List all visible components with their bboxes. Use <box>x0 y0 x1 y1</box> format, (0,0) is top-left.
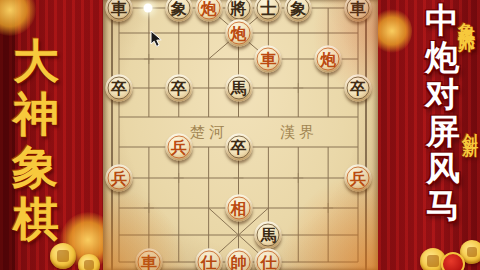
piece-red-兵[interactable]: 兵 <box>345 165 372 192</box>
thumbnail-stage: 大 神 象 棋 楚河 漢界 車象炮將士象車炮車炮卒卒馬卒兵卒兵兵相馬車仕帥仕 中… <box>0 0 480 270</box>
piece-red-仕[interactable]: 仕 <box>255 249 282 270</box>
gold-coin-icon <box>78 254 100 270</box>
piece-glyph: 車 <box>260 52 276 68</box>
piece-red-炮[interactable]: 炮 <box>315 46 342 73</box>
move-highlight-dot <box>144 4 153 13</box>
gold-ornament-icon <box>372 8 412 54</box>
piece-red-相[interactable]: 相 <box>225 195 252 222</box>
piece-glyph: 炮 <box>231 26 247 42</box>
piece-glyph: 兵 <box>171 140 187 156</box>
river-label-left: 楚河 <box>190 123 228 142</box>
banner-char: 棋 <box>13 189 59 251</box>
piece-glyph: 馬 <box>231 81 247 97</box>
piece-black-卒[interactable]: 卒 <box>165 75 192 102</box>
piece-black-卒[interactable]: 卒 <box>225 134 252 161</box>
piece-glyph: 仕 <box>260 255 276 270</box>
piece-red-車[interactable]: 車 <box>255 46 282 73</box>
piece-red-炮[interactable]: 炮 <box>225 20 252 47</box>
piece-black-卒[interactable]: 卒 <box>106 75 133 102</box>
piece-glyph: 卒 <box>231 140 247 156</box>
piece-glyph: 卒 <box>171 81 187 97</box>
piece-black-馬[interactable]: 馬 <box>255 222 282 249</box>
piece-glyph: 車 <box>111 1 127 17</box>
piece-glyph: 帥 <box>231 255 247 270</box>
mouse-cursor-icon <box>150 30 164 48</box>
subtitle-text: 象棋大师 <box>456 8 479 28</box>
piece-glyph: 卒 <box>350 81 366 97</box>
piece-black-馬[interactable]: 馬 <box>225 75 252 102</box>
piece-glyph: 象 <box>171 1 187 17</box>
piece-red-帥[interactable]: 帥 <box>225 249 252 270</box>
piece-glyph: 象 <box>290 1 306 17</box>
piece-red-仕[interactable]: 仕 <box>195 249 222 270</box>
piece-glyph: 相 <box>231 201 247 217</box>
piece-glyph: 車 <box>350 1 366 17</box>
gold-coin-icon <box>50 243 76 269</box>
piece-glyph: 仕 <box>201 255 217 270</box>
subtitle2-text: 创新 <box>459 120 480 134</box>
piece-glyph: 車 <box>141 255 157 270</box>
piece-glyph: 兵 <box>111 171 127 187</box>
piece-glyph: 炮 <box>320 52 336 68</box>
piece-glyph: 馬 <box>260 228 276 244</box>
piece-glyph: 卒 <box>111 81 127 97</box>
piece-glyph: 炮 <box>201 1 217 17</box>
piece-red-兵[interactable]: 兵 <box>106 165 133 192</box>
piece-red-車[interactable]: 車 <box>135 249 162 270</box>
piece-red-兵[interactable]: 兵 <box>165 134 192 161</box>
red-pouch-icon <box>441 252 465 270</box>
piece-glyph: 兵 <box>350 171 366 187</box>
piece-glyph: 將 <box>231 1 247 17</box>
xiangqi-board[interactable]: 楚河 漢界 車象炮將士象車炮車炮卒卒馬卒兵卒兵兵相馬車仕帥仕 <box>103 0 378 270</box>
piece-black-卒[interactable]: 卒 <box>345 75 372 102</box>
title-char: 马 <box>426 183 460 229</box>
piece-glyph: 士 <box>260 1 276 17</box>
river-label-right: 漢界 <box>280 123 318 142</box>
